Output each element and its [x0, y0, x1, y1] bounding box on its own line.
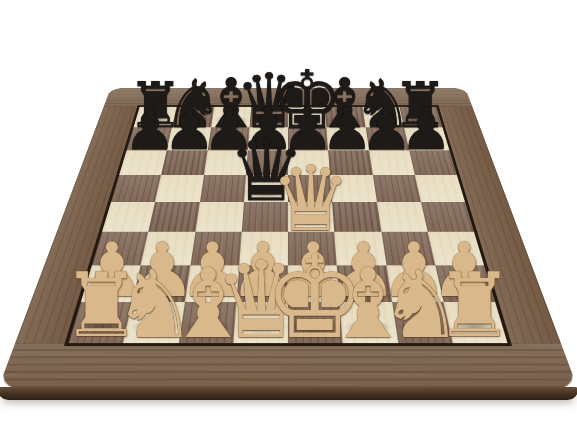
piece-black-pawn-h7[interactable]: ♟ [400, 100, 453, 159]
square-a5[interactable] [111, 175, 161, 202]
square-b5[interactable] [155, 175, 203, 202]
square-h5[interactable] [415, 175, 465, 202]
square-g5[interactable] [372, 175, 420, 202]
chess-set-photo: ♜♞♝♛♚♝♞♜♟♟♟♟♟♟♟♟♛♛♟♟♟♟♟♟♟♟♜♞♝♛♚♝♞♜ [0, 0, 577, 433]
board-side-edge [0, 387, 577, 400]
piece-white-rook-h1[interactable]: ♜ [435, 261, 515, 350]
